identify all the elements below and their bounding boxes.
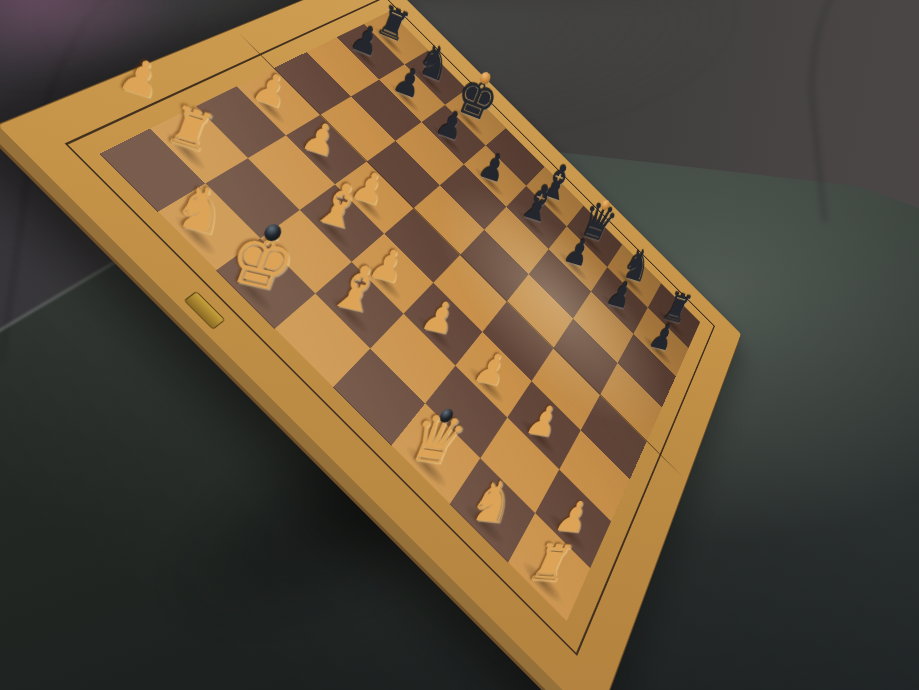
black-king-ball-finial: [479, 70, 493, 85]
photo-scene: ♜♞♚♝♛♞♜♟♟♟♟♝♟♟♟♟♟♟♝♟♟♟♟♜♝♟♞♚♛♞♜ ♟: [0, 0, 919, 690]
board-perspective-wrap: ♜♞♚♝♛♞♜♟♟♟♟♝♟♟♟♟♟♟♝♟♟♟♟♜♝♟♞♚♛♞♜ ♟: [0, 0, 919, 690]
white-pawn-frame: ♟: [113, 49, 168, 106]
board-inline-border: [64, 0, 715, 656]
white-queen-ball-finial: [438, 408, 455, 423]
chess-board: ♜♞♚♝♛♞♜♟♟♟♟♝♟♟♟♟♟♟♝♟♟♟♟♜♝♟♞♚♛♞♜ ♟: [0, 0, 741, 690]
white-king-ball-finial: [262, 223, 284, 243]
black-queen-ball-finial: [600, 199, 611, 211]
